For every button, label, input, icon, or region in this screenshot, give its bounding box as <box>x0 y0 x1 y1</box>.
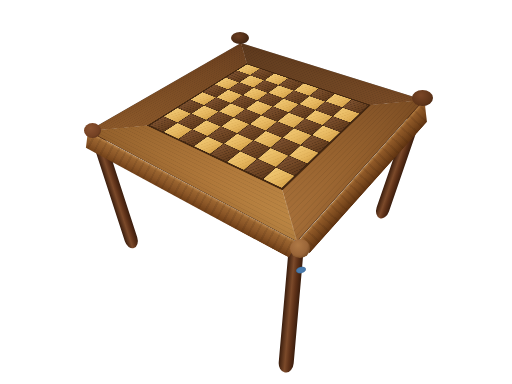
corner-dowel-cap-left <box>84 123 101 138</box>
corner-dowel-cap-front <box>290 239 310 258</box>
maker-label <box>295 266 306 274</box>
corner-dowel-cap-back <box>231 32 249 44</box>
table-leg-front <box>278 244 304 373</box>
tabletop <box>88 43 424 242</box>
corner-dowel-cap-right <box>412 90 433 106</box>
product-photo-scene <box>0 0 512 384</box>
